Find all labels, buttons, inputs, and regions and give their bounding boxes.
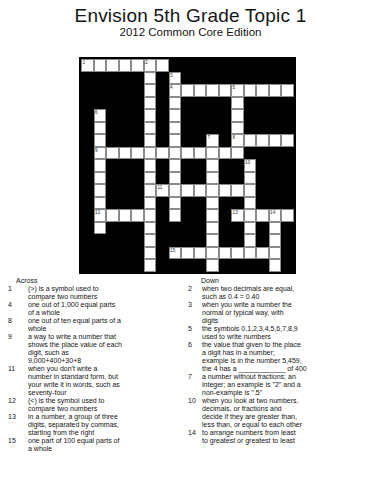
grid-cell-black [194, 72, 207, 85]
puzzle-title: Envision 5th Grade Topic 1 [0, 6, 381, 26]
grid-cell-black [181, 209, 194, 222]
grid-cell-white[interactable] [269, 234, 282, 247]
grid-cell-black [156, 72, 169, 85]
grid-cell-white[interactable] [219, 147, 232, 160]
grid-cell-white[interactable] [206, 147, 219, 160]
grid-cell-white[interactable] [256, 247, 269, 260]
grid-cell-white[interactable] [169, 109, 182, 122]
grid-cell-white[interactable] [169, 184, 182, 197]
grid-cell-black [156, 259, 169, 272]
grid-cell-black [281, 97, 294, 110]
clue-item: 4one out of 1,000 equal parts of a whole [8, 301, 184, 317]
clue-item: 13in a number, a group of three digits, … [8, 413, 184, 437]
grid-cell-white[interactable] [156, 147, 169, 160]
grid-cell-white[interactable] [256, 84, 269, 97]
grid-cell-white[interactable] [231, 147, 244, 160]
grid-cell-black [106, 122, 119, 135]
grid-cell-white[interactable] [169, 197, 182, 210]
grid-cell-black [194, 197, 207, 210]
grid-cell-black [156, 97, 169, 110]
grid-cell-black [106, 159, 119, 172]
grid-cell-black [231, 197, 244, 210]
grid-cell-white[interactable] [219, 84, 232, 97]
clue-item-number: 3 [188, 301, 202, 309]
grid-cell-white[interactable] [94, 134, 107, 147]
grid-cell-white[interactable] [94, 122, 107, 135]
grid-cell-black [81, 222, 94, 235]
grid-cell-white[interactable]: 7 [206, 134, 219, 147]
clue-item: 7a number without fractions; an integer;… [188, 373, 378, 397]
clue-item: 2when two decimals are equal, such as 0.… [188, 285, 378, 301]
clue-item-text: in a number, a group of three digits, se… [28, 413, 119, 437]
grid-cell-white[interactable] [244, 234, 257, 247]
grid-cell-black [156, 247, 169, 260]
grid-cell-white[interactable] [119, 59, 132, 72]
grid-cell-white[interactable] [206, 209, 219, 222]
grid-cell-white[interactable]: 9 [94, 147, 107, 160]
grid-cell-black [169, 259, 182, 272]
grid-cell-black [169, 234, 182, 247]
grid-cell-white[interactable] [169, 159, 182, 172]
grid-cell-black [231, 159, 244, 172]
grid-cell-black [119, 234, 132, 247]
grid-cell-white[interactable] [144, 197, 157, 210]
grid-cell-white[interactable] [144, 159, 157, 172]
grid-cell-black [194, 209, 207, 222]
grid-cell-white[interactable] [94, 222, 107, 235]
grid-cell-white[interactable] [144, 247, 157, 260]
grid-cell-black [94, 72, 107, 85]
grid-cell-white[interactable] [144, 122, 157, 135]
clue-number: 3 [170, 73, 173, 78]
clue-item-text: the symbols 0,1,2,3,4,5,6,7,8,9 used to … [202, 325, 298, 341]
grid-cell-white[interactable] [244, 84, 257, 97]
grid-cell-black [181, 197, 194, 210]
grid-cell-white[interactable] [169, 147, 182, 160]
clue-item-text: one out of ten equal parts of a whole [28, 317, 121, 333]
grid-cell-black [156, 172, 169, 185]
grid-cell-white[interactable] [144, 184, 157, 197]
grid-cell-black [94, 259, 107, 272]
clue-item: 3when you write a number the normal or t… [188, 301, 378, 325]
grid-cell-black [106, 84, 119, 97]
grid-cell-white[interactable] [94, 172, 107, 185]
grid-cell-white[interactable] [144, 134, 157, 147]
grid-cell-white[interactable] [244, 209, 257, 222]
grid-cell-black [156, 84, 169, 97]
grid-cell-white[interactable] [181, 147, 194, 160]
grid-cell-black [244, 147, 257, 160]
grid-cell-black [281, 72, 294, 85]
grid-cell-black [81, 247, 94, 260]
grid-cell-black [106, 234, 119, 247]
grid-cell-black [281, 197, 294, 210]
grid-cell-black [119, 172, 132, 185]
grid-cell-black [281, 172, 294, 185]
grid-cell-black [131, 134, 144, 147]
clue-item-text: to arrange numbers from least to greates… [202, 429, 296, 445]
grid-cell-black [94, 234, 107, 247]
grid-cell-black [281, 259, 294, 272]
grid-cell-white[interactable] [119, 147, 132, 160]
grid-cell-black [244, 97, 257, 110]
clue-item-number: 14 [188, 429, 202, 437]
grid-cell-black [206, 59, 219, 72]
grid-cell-black [119, 122, 132, 135]
clue-item: 15one part of 100 equal parts of a whole [8, 437, 184, 453]
grid-cell-black [181, 97, 194, 110]
grid-cell-white[interactable] [181, 184, 194, 197]
grid-cell-black [131, 84, 144, 97]
grid-cell-black [231, 72, 244, 85]
grid-cell-black [194, 222, 207, 235]
clue-number: 4 [170, 85, 173, 90]
grid-cell-black [119, 109, 132, 122]
clue-item: 6the value that given to the place a dig… [188, 341, 378, 373]
clue-item-text: (>) is a symbol used to compare two numb… [28, 285, 99, 301]
grid-cell-black [206, 97, 219, 110]
grid-cell-white[interactable] [281, 134, 294, 147]
clue-item-number: 15 [8, 437, 28, 445]
grid-cell-white[interactable] [106, 59, 119, 72]
across-clue-list: 1(>) is a symbol used to compare two num… [8, 285, 184, 453]
grid-cell-black [106, 97, 119, 110]
grid-cell-white[interactable] [231, 122, 244, 135]
grid-cell-white[interactable]: 1 [81, 59, 94, 72]
grid-cell-black [256, 122, 269, 135]
grid-cell-white[interactable] [194, 184, 207, 197]
grid-cell-black [156, 222, 169, 235]
grid-cell-black [194, 134, 207, 147]
grid-cell-white[interactable] [244, 134, 257, 147]
grid-cell-white[interactable] [231, 109, 244, 122]
grid-cell-black [256, 234, 269, 247]
grid-cell-white[interactable] [131, 209, 144, 222]
grid-cell-white[interactable] [206, 197, 219, 210]
grid-cell-white[interactable] [169, 122, 182, 135]
grid-cell-black [119, 72, 132, 85]
grid-cell-white[interactable] [281, 84, 294, 97]
clue-item-text: when you look at two numbers, decimals, … [202, 397, 302, 429]
clue-item-number: 8 [8, 317, 28, 325]
grid-cell-black [194, 234, 207, 247]
grid-cell-black [156, 234, 169, 247]
grid-cell-black [244, 122, 257, 135]
grid-cell-black [206, 122, 219, 135]
grid-cell-white[interactable] [106, 209, 119, 222]
grid-cell-black [194, 97, 207, 110]
grid-cell-white[interactable] [244, 172, 257, 185]
grid-cell-black [219, 109, 232, 122]
grid-cell-white[interactable] [94, 59, 107, 72]
grid-cell-black [269, 172, 282, 185]
grid-cell-white[interactable] [94, 197, 107, 210]
clue-item-number: 4 [8, 301, 28, 309]
grid-cell-white[interactable] [206, 234, 219, 247]
grid-cell-black [219, 159, 232, 172]
grid-cell-black [231, 172, 244, 185]
clue-item-number: 12 [8, 397, 28, 405]
grid-cell-black [181, 122, 194, 135]
grid-cell-black [256, 97, 269, 110]
grid-cell-black [256, 172, 269, 185]
grid-cell-white[interactable] [119, 209, 132, 222]
grid-cell-white[interactable] [194, 84, 207, 97]
grid-cell-black [119, 84, 132, 97]
grid-cell-black [106, 172, 119, 185]
grid-cell-white[interactable] [269, 259, 282, 272]
grid-cell-black [81, 184, 94, 197]
grid-cell-black [194, 109, 207, 122]
grid-cell-black [131, 159, 144, 172]
grid-cell-white[interactable]: 10 [244, 159, 257, 172]
clue-number: 13 [233, 210, 238, 215]
grid-cell-white[interactable]: 4 [169, 84, 182, 97]
grid-cell-white[interactable] [281, 209, 294, 222]
grid-cell-white[interactable]: 5 [231, 84, 244, 97]
grid-cell-black [281, 147, 294, 160]
grid-cell-black [131, 97, 144, 110]
grid-cell-white[interactable] [219, 247, 232, 260]
grid-cell-black [81, 72, 94, 85]
grid-cell-black [169, 59, 182, 72]
grid-cell-black [81, 84, 94, 97]
grid-cell-white[interactable] [256, 134, 269, 147]
grid-cell-black [281, 122, 294, 135]
grid-cell-white[interactable] [206, 172, 219, 185]
grid-cell-white[interactable] [144, 259, 157, 272]
grid-cell-white[interactable] [131, 147, 144, 160]
grid-cell-black [131, 259, 144, 272]
clue-item: 9a way to write a number that shows the … [8, 333, 184, 365]
grid-cell-white[interactable] [169, 172, 182, 185]
clue-item-number: 9 [8, 333, 28, 341]
grid-cell-white[interactable] [231, 247, 244, 260]
grid-cell-black [106, 72, 119, 85]
grid-cell-black [106, 259, 119, 272]
grid-cell-white[interactable] [244, 197, 257, 210]
grid-cell-black [231, 222, 244, 235]
grid-cell-white[interactable] [194, 247, 207, 260]
crossword-grid: 123456789101112131415 [79, 57, 296, 274]
grid-cell-black [81, 259, 94, 272]
grid-cell-white[interactable] [256, 209, 269, 222]
grid-cell-black [269, 109, 282, 122]
down-header: Down [201, 277, 378, 285]
grid-cell-black [131, 197, 144, 210]
grid-cell-white[interactable] [231, 97, 244, 110]
grid-cell-white[interactable]: 13 [231, 209, 244, 222]
across-clues-section: Across 1(>) is a symbol used to compare … [8, 277, 184, 453]
grid-cell-black [156, 109, 169, 122]
grid-cell-white[interactable] [206, 247, 219, 260]
grid-cell-black [156, 122, 169, 135]
grid-cell-black [106, 222, 119, 235]
grid-cell-white[interactable] [144, 209, 157, 222]
grid-cell-white[interactable] [169, 209, 182, 222]
clue-number: 10 [245, 160, 250, 165]
clue-item: 12(<) is the symbol used to compare two … [8, 397, 184, 413]
grid-cell-black [131, 72, 144, 85]
grid-cell-black [269, 147, 282, 160]
grid-cell-black [131, 234, 144, 247]
grid-cell-white[interactable] [144, 222, 157, 235]
grid-cell-black [81, 159, 94, 172]
grid-cell-black [81, 197, 94, 210]
grid-cell-black [119, 247, 132, 260]
grid-cell-white[interactable] [206, 259, 219, 272]
grid-cell-black [219, 134, 232, 147]
clue-item-text: (<) is the symbol used to compare two nu… [28, 397, 104, 413]
grid-cell-white[interactable] [144, 234, 157, 247]
grid-cell-white[interactable] [269, 247, 282, 260]
grid-cell-white[interactable] [194, 147, 207, 160]
grid-cell-white[interactable] [131, 59, 144, 72]
grid-cell-black [131, 109, 144, 122]
grid-cell-black [131, 247, 144, 260]
grid-cell-black [256, 197, 269, 210]
clue-item-number: 5 [188, 325, 202, 333]
clue-number: 12 [95, 210, 100, 215]
clue-item: 8one out of ten equal parts of a whole [8, 317, 184, 333]
grid-cell-white[interactable]: 12 [94, 209, 107, 222]
grid-cell-black [269, 159, 282, 172]
grid-cell-white[interactable] [144, 172, 157, 185]
grid-cell-black [206, 109, 219, 122]
grid-cell-black [156, 197, 169, 210]
grid-cell-black [244, 109, 257, 122]
grid-cell-black [119, 134, 132, 147]
grid-cell-black [81, 109, 94, 122]
grid-cell-black [269, 122, 282, 135]
grid-cell-white[interactable] [169, 134, 182, 147]
grid-cell-black [231, 259, 244, 272]
grid-cell-black [181, 59, 194, 72]
clue-item-number: 11 [8, 365, 28, 373]
grid-cell-black [106, 247, 119, 260]
grid-cell-black [219, 122, 232, 135]
grid-cell-black [169, 222, 182, 235]
grid-cell-white[interactable] [244, 222, 257, 235]
grid-cell-black [106, 134, 119, 147]
grid-cell-white[interactable]: 14 [269, 209, 282, 222]
grid-cell-black [131, 122, 144, 135]
grid-cell-black [81, 147, 94, 160]
grid-cell-white[interactable] [269, 134, 282, 147]
grid-cell-black [194, 172, 207, 185]
clue-item: 14to arrange numbers from least to great… [188, 429, 378, 445]
grid-cell-black [244, 259, 257, 272]
grid-cell-white[interactable]: 8 [231, 134, 244, 147]
grid-cell-black [81, 209, 94, 222]
grid-cell-black [219, 234, 232, 247]
grid-cell-white[interactable] [231, 184, 244, 197]
down-clues-section: Down 2when two decimals are equal, such … [188, 277, 378, 445]
clue-item-text: when you write a number the normal or ty… [202, 301, 292, 325]
grid-cell-black [219, 72, 232, 85]
grid-cell-white[interactable] [269, 222, 282, 235]
grid-cell-black [81, 134, 94, 147]
grid-cell-white[interactable] [244, 247, 257, 260]
grid-cell-black [244, 72, 257, 85]
grid-cell-white[interactable]: 3 [169, 72, 182, 85]
clue-item-number: 10 [188, 397, 202, 405]
grid-cell-black [194, 159, 207, 172]
grid-cell-black [81, 97, 94, 110]
clue-item-number: 6 [188, 341, 202, 349]
grid-cell-black [231, 59, 244, 72]
grid-cell-white[interactable]: 11 [156, 184, 169, 197]
clue-item-text: when you don't write a number in standar… [28, 365, 120, 397]
grid-cell-black [281, 109, 294, 122]
grid-cell-white[interactable] [144, 147, 157, 160]
grid-cell-black [94, 247, 107, 260]
grid-cell-black [256, 184, 269, 197]
grid-cell-white[interactable] [269, 84, 282, 97]
grid-cell-white[interactable] [181, 84, 194, 97]
grid-cell-white[interactable]: 2 [144, 59, 157, 72]
grid-cell-black [256, 222, 269, 235]
grid-cell-white[interactable]: 15 [169, 247, 182, 260]
grid-cell-black [181, 172, 194, 185]
grid-cell-black [244, 59, 257, 72]
grid-cell-white[interactable]: 6 [94, 109, 107, 122]
clue-item-text: when two decimals are equal, such as 0.4… [202, 285, 294, 301]
grid-cell-white[interactable] [169, 97, 182, 110]
grid-cell-white[interactable] [206, 159, 219, 172]
grid-cell-white[interactable] [244, 184, 257, 197]
grid-cell-black [219, 59, 232, 72]
grid-cell-black [194, 122, 207, 135]
grid-cell-black [106, 184, 119, 197]
grid-cell-white[interactable] [106, 147, 119, 160]
grid-cell-white[interactable] [94, 159, 107, 172]
grid-cell-white[interactable] [181, 247, 194, 260]
grid-cell-white[interactable] [144, 97, 157, 110]
grid-cell-black [81, 234, 94, 247]
grid-cell-white[interactable] [206, 222, 219, 235]
grid-cell-black [181, 109, 194, 122]
clue-number: 1 [83, 60, 86, 65]
grid-cell-white[interactable] [156, 59, 169, 72]
grid-cell-black [81, 172, 94, 185]
grid-cell-white[interactable] [219, 184, 232, 197]
grid-cell-black [106, 109, 119, 122]
grid-cell-black [269, 72, 282, 85]
grid-cell-black [281, 222, 294, 235]
grid-cell-white[interactable] [94, 184, 107, 197]
grid-cell-black [206, 72, 219, 85]
grid-cell-black [231, 234, 244, 247]
grid-cell-black [156, 159, 169, 172]
grid-cell-black [119, 184, 132, 197]
grid-cell-black [256, 59, 269, 72]
grid-cell-black [156, 209, 169, 222]
grid-cell-white[interactable] [206, 184, 219, 197]
grid-cell-black [94, 97, 107, 110]
clue-item-number: 13 [8, 413, 28, 421]
grid-cell-white[interactable] [206, 84, 219, 97]
grid-cell-black [119, 97, 132, 110]
grid-cell-black [194, 259, 207, 272]
grid-cell-white[interactable] [144, 72, 157, 85]
grid-cell-black [256, 72, 269, 85]
grid-cell-white[interactable] [144, 109, 157, 122]
clue-item: 11when you don't write a number in stand… [8, 365, 184, 397]
grid-cell-white[interactable] [144, 84, 157, 97]
grid-cell-black [219, 197, 232, 210]
grid-cell-black [119, 197, 132, 210]
